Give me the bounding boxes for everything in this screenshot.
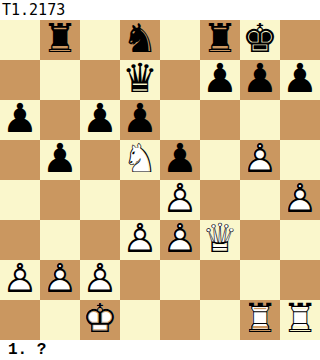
square-e8[interactable] bbox=[160, 20, 200, 60]
square-a6[interactable]: ♟ bbox=[0, 100, 40, 140]
square-d4[interactable] bbox=[120, 180, 160, 220]
white-pawn-b2: ♟♙ bbox=[40, 260, 80, 300]
square-e6[interactable] bbox=[160, 100, 200, 140]
square-c2[interactable]: ♟♙ bbox=[80, 260, 120, 300]
square-f7[interactable]: ♟ bbox=[200, 60, 240, 100]
black-king-g8: ♚ bbox=[240, 20, 280, 60]
square-c5[interactable] bbox=[80, 140, 120, 180]
square-b8[interactable]: ♜ bbox=[40, 20, 80, 60]
black-knight-d8: ♞ bbox=[120, 20, 160, 60]
black-rook-f8: ♜ bbox=[200, 20, 240, 60]
square-b4[interactable] bbox=[40, 180, 80, 220]
square-g6[interactable] bbox=[240, 100, 280, 140]
square-b1[interactable] bbox=[40, 300, 80, 340]
square-d5[interactable]: ♞♘ bbox=[120, 140, 160, 180]
chess-board: ♜♞♜♚♛♟♟♟♟♟♟♟♞♘♟♟♙♟♙♟♙♟♙♟♙♛♕♟♙♟♙♟♙♚♔♜♖♜♖ bbox=[0, 20, 320, 340]
square-a4[interactable] bbox=[0, 180, 40, 220]
square-c6[interactable]: ♟ bbox=[80, 100, 120, 140]
square-e2[interactable] bbox=[160, 260, 200, 300]
square-e3[interactable]: ♟♙ bbox=[160, 220, 200, 260]
square-d2[interactable] bbox=[120, 260, 160, 300]
square-a5[interactable] bbox=[0, 140, 40, 180]
white-queen-f3: ♛♕ bbox=[200, 220, 240, 260]
square-h8[interactable] bbox=[280, 20, 320, 60]
white-king-c1: ♚♔ bbox=[80, 300, 120, 340]
square-d1[interactable] bbox=[120, 300, 160, 340]
square-g3[interactable] bbox=[240, 220, 280, 260]
square-g7[interactable]: ♟ bbox=[240, 60, 280, 100]
white-rook-g1: ♜♖ bbox=[240, 300, 280, 340]
square-h3[interactable] bbox=[280, 220, 320, 260]
square-c3[interactable] bbox=[80, 220, 120, 260]
square-g5[interactable]: ♟♙ bbox=[240, 140, 280, 180]
square-g8[interactable]: ♚ bbox=[240, 20, 280, 60]
square-f4[interactable] bbox=[200, 180, 240, 220]
square-f5[interactable] bbox=[200, 140, 240, 180]
square-h5[interactable] bbox=[280, 140, 320, 180]
square-a3[interactable] bbox=[0, 220, 40, 260]
chess-app-window: T1.2173 ♜♞♜♚♛♟♟♟♟♟♟♟♞♘♟♟♙♟♙♟♙♟♙♟♙♛♕♟♙♟♙♟… bbox=[0, 0, 320, 360]
black-pawn-d6: ♟ bbox=[120, 100, 160, 140]
white-pawn-e4: ♟♙ bbox=[160, 180, 200, 220]
square-f1[interactable] bbox=[200, 300, 240, 340]
square-c1[interactable]: ♚♔ bbox=[80, 300, 120, 340]
square-g4[interactable] bbox=[240, 180, 280, 220]
square-h6[interactable] bbox=[280, 100, 320, 140]
move-prompt-bar: 1. ? bbox=[0, 340, 320, 360]
square-d6[interactable]: ♟ bbox=[120, 100, 160, 140]
square-f2[interactable] bbox=[200, 260, 240, 300]
black-pawn-e5: ♟ bbox=[160, 140, 200, 180]
square-e5[interactable]: ♟ bbox=[160, 140, 200, 180]
square-h4[interactable]: ♟♙ bbox=[280, 180, 320, 220]
black-pawn-f7: ♟ bbox=[200, 60, 240, 100]
square-h1[interactable]: ♜♖ bbox=[280, 300, 320, 340]
square-f3[interactable]: ♛♕ bbox=[200, 220, 240, 260]
white-pawn-e3: ♟♙ bbox=[160, 220, 200, 260]
square-e1[interactable] bbox=[160, 300, 200, 340]
square-b2[interactable]: ♟♙ bbox=[40, 260, 80, 300]
square-f8[interactable]: ♜ bbox=[200, 20, 240, 60]
black-pawn-a6: ♟ bbox=[0, 100, 40, 140]
white-rook-h1: ♜♖ bbox=[280, 300, 320, 340]
square-c4[interactable] bbox=[80, 180, 120, 220]
square-d8[interactable]: ♞ bbox=[120, 20, 160, 60]
square-a2[interactable]: ♟♙ bbox=[0, 260, 40, 300]
square-g2[interactable] bbox=[240, 260, 280, 300]
white-pawn-d3: ♟♙ bbox=[120, 220, 160, 260]
white-knight-d5: ♞♘ bbox=[120, 140, 160, 180]
square-e7[interactable] bbox=[160, 60, 200, 100]
black-pawn-g7: ♟ bbox=[240, 60, 280, 100]
square-a1[interactable] bbox=[0, 300, 40, 340]
square-b6[interactable] bbox=[40, 100, 80, 140]
square-b5[interactable]: ♟ bbox=[40, 140, 80, 180]
square-g1[interactable]: ♜♖ bbox=[240, 300, 280, 340]
square-f6[interactable] bbox=[200, 100, 240, 140]
square-a8[interactable] bbox=[0, 20, 40, 60]
square-a7[interactable] bbox=[0, 60, 40, 100]
square-h2[interactable] bbox=[280, 260, 320, 300]
white-pawn-g5: ♟♙ bbox=[240, 140, 280, 180]
square-b3[interactable] bbox=[40, 220, 80, 260]
square-d3[interactable]: ♟♙ bbox=[120, 220, 160, 260]
square-c8[interactable] bbox=[80, 20, 120, 60]
move-prompt-label: 1. ? bbox=[8, 341, 46, 359]
white-pawn-a2: ♟♙ bbox=[0, 260, 40, 300]
black-pawn-b5: ♟ bbox=[40, 140, 80, 180]
white-pawn-c2: ♟♙ bbox=[80, 260, 120, 300]
square-h7[interactable]: ♟ bbox=[280, 60, 320, 100]
square-b7[interactable] bbox=[40, 60, 80, 100]
square-e4[interactable]: ♟♙ bbox=[160, 180, 200, 220]
black-rook-b8: ♜ bbox=[40, 20, 80, 60]
black-queen-d7: ♛ bbox=[120, 60, 160, 100]
square-d7[interactable]: ♛ bbox=[120, 60, 160, 100]
black-pawn-c6: ♟ bbox=[80, 100, 120, 140]
white-pawn-h4: ♟♙ bbox=[280, 180, 320, 220]
square-c7[interactable] bbox=[80, 60, 120, 100]
black-pawn-h7: ♟ bbox=[280, 60, 320, 100]
